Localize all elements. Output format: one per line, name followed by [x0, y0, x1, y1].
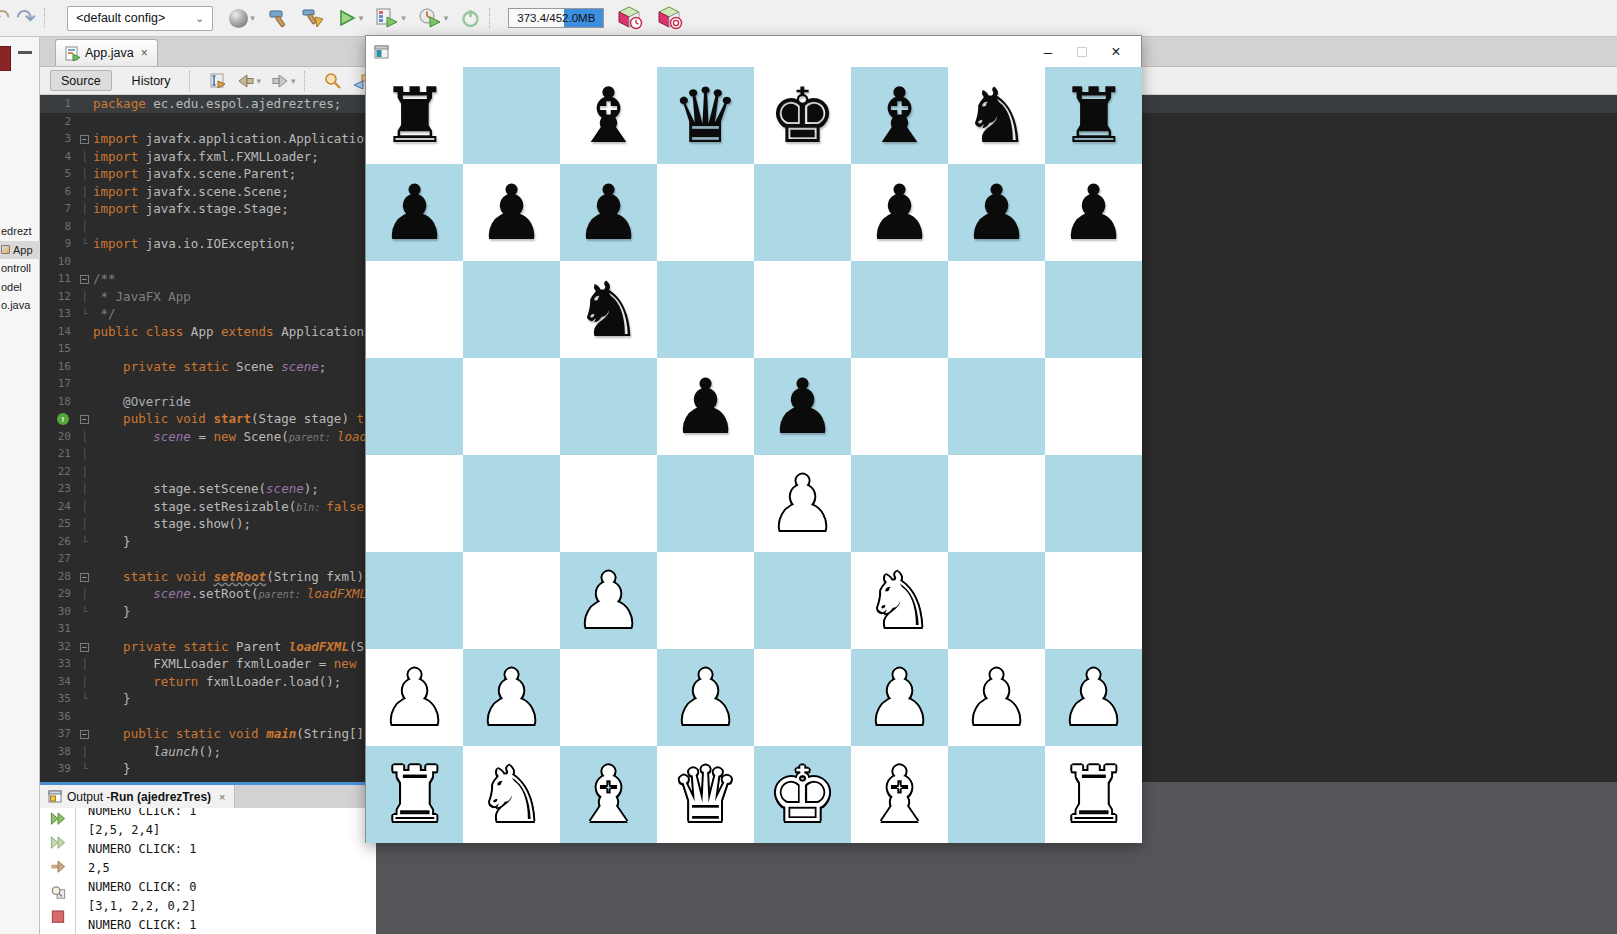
- square-g7[interactable]: ♟: [948, 164, 1045, 261]
- square-c3[interactable]: ♟: [560, 552, 657, 649]
- black-pawn: ♟: [380, 175, 448, 251]
- square-c5[interactable]: [560, 358, 657, 455]
- black-pawn: ♟: [574, 175, 642, 251]
- black-pawn: ♟: [768, 369, 836, 445]
- square-a4[interactable]: [366, 455, 463, 552]
- square-h2[interactable]: ♟: [1045, 649, 1142, 746]
- source-button[interactable]: Source: [50, 70, 112, 91]
- white-pawn: ♟: [768, 466, 836, 542]
- black-king: ♚: [768, 78, 836, 154]
- run-dropdown-icon[interactable]: ▾: [359, 13, 364, 23]
- forward-icon[interactable]: [271, 73, 289, 89]
- square-f2[interactable]: ♟: [851, 649, 948, 746]
- fold-toggle-icon[interactable]: −: [80, 573, 89, 582]
- fold-toggle-icon[interactable]: −: [80, 415, 89, 424]
- fold-toggle-icon[interactable]: −: [80, 135, 89, 144]
- square-c1[interactable]: ♝: [560, 746, 657, 843]
- square-g8[interactable]: ♞: [948, 67, 1045, 164]
- square-a3[interactable]: [366, 552, 463, 649]
- black-bishop: ♝: [865, 78, 933, 154]
- output-window-icon: [48, 790, 62, 803]
- square-g1[interactable]: [948, 746, 1045, 843]
- maximize-button[interactable]: [1065, 39, 1099, 65]
- tab-app-java[interactable]: App.java ×: [55, 39, 158, 66]
- square-e4[interactable]: ♟: [754, 455, 851, 552]
- square-b5[interactable]: [463, 358, 560, 455]
- black-knight: ♞: [574, 272, 642, 348]
- square-a1[interactable]: ♜: [366, 746, 463, 843]
- profiler-snapshot-icon[interactable]: [616, 5, 644, 31]
- build-icon[interactable]: [267, 7, 289, 29]
- panel-minimize-icon[interactable]: [18, 51, 32, 54]
- square-a5[interactable]: [366, 358, 463, 455]
- square-c8[interactable]: ♝: [560, 67, 657, 164]
- white-pawn: ♟: [477, 660, 545, 736]
- output-body: NUMERO CLICK: 1[2,5, 2,4]NUMERO CLICK: 1…: [40, 808, 376, 934]
- output-header: Output - Run (ajedrezTres) ×: [40, 785, 376, 808]
- white-pawn: ♟: [865, 660, 933, 736]
- redo-icon[interactable]: ↷: [16, 4, 36, 32]
- square-f1[interactable]: ♝: [851, 746, 948, 843]
- square-h8[interactable]: ♜: [1045, 67, 1142, 164]
- toolbar-separator: [304, 71, 305, 91]
- output-lines[interactable]: NUMERO CLICK: 1[2,5, 2,4]NUMERO CLICK: 1…: [76, 808, 196, 934]
- output-line: NUMERO CLICK: 1: [88, 808, 196, 821]
- output-line: NUMERO CLICK: 1: [88, 840, 196, 859]
- toolbar-separator: [489, 8, 490, 28]
- profiler-stop-icon[interactable]: [656, 5, 684, 31]
- black-pawn: ♟: [962, 175, 1030, 251]
- project-item[interactable]: ontroll: [0, 259, 40, 278]
- square-a6[interactable]: [366, 261, 463, 358]
- square-c6[interactable]: ♞: [560, 261, 657, 358]
- square-e5[interactable]: ♟: [754, 358, 851, 455]
- black-knight: ♞: [962, 78, 1030, 154]
- square-f4[interactable]: [851, 455, 948, 552]
- stop-power-icon[interactable]: [460, 8, 481, 29]
- output-line: [3,1, 2,2, 0,2]: [88, 897, 196, 916]
- white-knight: ♞: [477, 757, 545, 833]
- white-knight: ♞: [865, 563, 933, 639]
- square-b6[interactable]: [463, 261, 560, 358]
- project-item[interactable]: o.java: [0, 296, 40, 315]
- output-line: NUMERO CLICK: 1: [88, 916, 196, 934]
- square-f5[interactable]: [851, 358, 948, 455]
- tab-label: App.java: [85, 46, 134, 60]
- project-item[interactable]: edrezt: [0, 222, 40, 241]
- tab-close-icon[interactable]: ×: [141, 46, 148, 60]
- run-icon[interactable]: [337, 8, 357, 28]
- square-b2[interactable]: ♟: [463, 649, 560, 746]
- clean-build-icon[interactable]: [301, 7, 325, 29]
- output-line: 2,5: [88, 859, 196, 878]
- globe-icon[interactable]: [229, 9, 248, 28]
- memory-indicator[interactable]: 373.4/452.0MB: [508, 8, 604, 28]
- rerun-debug-icon[interactable]: [50, 836, 66, 849]
- projects-items: edreztAppontrollodelo.java: [0, 222, 40, 315]
- find-selection-icon[interactable]: [323, 71, 342, 90]
- square-a8[interactable]: ♜: [366, 67, 463, 164]
- fold-toggle-icon[interactable]: −: [80, 730, 89, 739]
- black-queen: ♛: [671, 78, 739, 154]
- java-file-icon: [65, 46, 80, 61]
- chess-window-titlebar[interactable]: – ×: [366, 36, 1141, 67]
- stop-arrow-icon[interactable]: [50, 860, 66, 873]
- output-close-icon[interactable]: ×: [219, 791, 225, 803]
- black-pawn: ♟: [865, 175, 933, 251]
- output-gutter: [40, 808, 76, 934]
- override-badge[interactable]: ↑: [57, 413, 69, 425]
- square-d3[interactable]: [657, 552, 754, 649]
- white-pawn: ♟: [574, 563, 642, 639]
- square-c4[interactable]: [560, 455, 657, 552]
- main-toolbar: ↶ ↷ <default config> ⌄ ▾ ▾ ▾ ▾ 373.4/452…: [0, 0, 1617, 37]
- square-g4[interactable]: [948, 455, 1045, 552]
- black-pawn: ♟: [1059, 175, 1127, 251]
- square-g5[interactable]: [948, 358, 1045, 455]
- config-dropdown-label: <default config>: [76, 11, 165, 25]
- profile-icon[interactable]: [418, 7, 442, 29]
- memory-label: 373.4/452.0MB: [509, 9, 603, 27]
- square-d1[interactable]: ♛: [657, 746, 754, 843]
- white-bishop: ♝: [574, 757, 642, 833]
- back-dropdown-icon[interactable]: ▾: [257, 76, 262, 86]
- debug-dropdown-icon[interactable]: ▾: [401, 13, 406, 23]
- projects-panel: edreztAppontrollodelo.java: [0, 37, 40, 934]
- white-pawn: ♟: [671, 660, 739, 736]
- fold-toggle-icon[interactable]: −: [80, 275, 89, 284]
- black-pawn: ♟: [477, 175, 545, 251]
- square-a2[interactable]: ♟: [366, 649, 463, 746]
- project-item[interactable]: odel: [0, 278, 40, 297]
- square-d2[interactable]: ♟: [657, 649, 754, 746]
- white-bishop: ♝: [865, 757, 933, 833]
- output-tab[interactable]: Output - Run (ajedrezTres) ×: [40, 785, 235, 808]
- square-h6[interactable]: [1045, 261, 1142, 358]
- app-window-icon: [374, 45, 389, 59]
- square-e8[interactable]: ♚: [754, 67, 851, 164]
- square-b8[interactable]: [463, 67, 560, 164]
- square-e7[interactable]: [754, 164, 851, 261]
- white-king: ♚: [768, 757, 836, 833]
- black-pawn: ♟: [671, 369, 739, 445]
- output-panel: Output - Run (ajedrezTres) × NUMERO CLIC…: [40, 782, 376, 934]
- square-h7[interactable]: ♟: [1045, 164, 1142, 261]
- square-e6[interactable]: [754, 261, 851, 358]
- square-d6[interactable]: [657, 261, 754, 358]
- square-g6[interactable]: [948, 261, 1045, 358]
- square-e1[interactable]: ♚: [754, 746, 851, 843]
- square-e2[interactable]: [754, 649, 851, 746]
- square-b3[interactable]: [463, 552, 560, 649]
- square-c7[interactable]: ♟: [560, 164, 657, 261]
- square-f7[interactable]: ♟: [851, 164, 948, 261]
- stop-icon[interactable]: [51, 910, 65, 923]
- toolbar-separator: [189, 71, 190, 91]
- output-line: [2,5, 2,4]: [88, 821, 196, 840]
- search-results-icon[interactable]: [50, 885, 66, 899]
- close-button[interactable]: ×: [1099, 39, 1133, 65]
- chevron-down-icon: ⌄: [195, 12, 204, 25]
- square-e3[interactable]: [754, 552, 851, 649]
- square-f3[interactable]: ♞: [851, 552, 948, 649]
- black-bishop: ♝: [574, 78, 642, 154]
- chess-board: ♜♝♛♚♝♞♜♟♟♟♟♟♟♞♟♟♟♟♞♟♟♟♟♟♟♜♞♝♛♚♝♜: [366, 67, 1142, 843]
- square-h1[interactable]: ♜: [1045, 746, 1142, 843]
- square-d4[interactable]: [657, 455, 754, 552]
- config-dropdown[interactable]: <default config> ⌄: [67, 6, 213, 31]
- square-h3[interactable]: [1045, 552, 1142, 649]
- output-title-prefix: Output -: [67, 790, 110, 804]
- square-d5[interactable]: ♟: [657, 358, 754, 455]
- square-g3[interactable]: [948, 552, 1045, 649]
- undo-icon[interactable]: ↶: [0, 4, 10, 32]
- square-b4[interactable]: [463, 455, 560, 552]
- square-f8[interactable]: ♝: [851, 67, 948, 164]
- white-pawn: ♟: [1059, 660, 1127, 736]
- black-rook: ♜: [380, 78, 448, 154]
- back-icon[interactable]: [237, 73, 255, 89]
- square-a7[interactable]: ♟: [366, 164, 463, 261]
- square-d8[interactable]: ♛: [657, 67, 754, 164]
- fold-toggle-icon[interactable]: −: [80, 643, 89, 652]
- white-queen: ♛: [671, 757, 739, 833]
- history-button[interactable]: History: [122, 70, 181, 91]
- project-item[interactable]: App: [0, 241, 40, 260]
- forward-dropdown-icon[interactable]: ▾: [291, 76, 296, 86]
- rerun-icon[interactable]: [50, 812, 66, 825]
- square-d7[interactable]: [657, 164, 754, 261]
- white-pawn: ♟: [380, 660, 448, 736]
- square-h5[interactable]: [1045, 358, 1142, 455]
- white-pawn: ♟: [962, 660, 1030, 736]
- white-rook: ♜: [1059, 757, 1127, 833]
- square-g2[interactable]: ♟: [948, 649, 1045, 746]
- white-rook: ♜: [380, 757, 448, 833]
- square-b1[interactable]: ♞: [463, 746, 560, 843]
- black-rook: ♜: [1059, 78, 1127, 154]
- square-c2[interactable]: [560, 649, 657, 746]
- output-title: Run (ajedrezTres): [110, 790, 211, 804]
- output-line: NUMERO CLICK: 0: [88, 878, 196, 897]
- minimized-window-icon[interactable]: [0, 46, 11, 71]
- profile-dropdown-icon[interactable]: ▾: [444, 13, 449, 23]
- minimize-button[interactable]: –: [1031, 39, 1065, 65]
- app-file-icon: [1, 245, 10, 254]
- square-h4[interactable]: [1045, 455, 1142, 552]
- last-edit-icon[interactable]: [208, 72, 227, 90]
- square-f6[interactable]: [851, 261, 948, 358]
- window-controls: – ×: [1031, 39, 1141, 65]
- toolbar-separator: [44, 8, 45, 28]
- debug-icon[interactable]: [375, 7, 399, 29]
- square-b7[interactable]: ♟: [463, 164, 560, 261]
- chess-app-window: – × ♜♝♛♚♝♞♜♟♟♟♟♟♟♞♟♟♟♟♞♟♟♟♟♟♟♜♞♝♛♚♝♜: [365, 35, 1142, 843]
- globe-dropdown-icon[interactable]: ▾: [250, 13, 255, 23]
